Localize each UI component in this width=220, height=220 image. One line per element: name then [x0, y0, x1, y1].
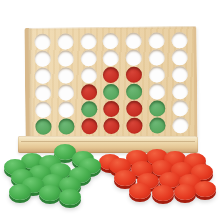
- green-disc[interactable]: [59, 189, 81, 205]
- scene: [0, 0, 220, 220]
- cell-r6c7[interactable]: [172, 118, 188, 134]
- cell-r5c1[interactable]: [36, 102, 52, 118]
- cell-r2c4[interactable]: [103, 50, 119, 66]
- cell-r4c5[interactable]: [126, 84, 142, 100]
- cell-r2c1[interactable]: [35, 50, 51, 66]
- cell-r3c3[interactable]: [81, 67, 97, 83]
- cell-r5c3[interactable]: [81, 101, 97, 117]
- cell-r2c2[interactable]: [58, 50, 74, 66]
- cell-r5c5[interactable]: [126, 101, 142, 117]
- red-disc[interactable]: [152, 185, 174, 201]
- cell-r4c6[interactable]: [149, 83, 165, 99]
- green-disc[interactable]: [9, 184, 31, 200]
- cell-r3c4[interactable]: [103, 67, 119, 83]
- cell-r3c5[interactable]: [126, 67, 142, 83]
- cell-r5c2[interactable]: [58, 102, 74, 118]
- stand-groove: [21, 141, 195, 142]
- board-grid: [31, 31, 191, 136]
- cell-r1c6[interactable]: [148, 32, 164, 48]
- red-disc[interactable]: [174, 184, 196, 200]
- cell-r1c4[interactable]: [103, 32, 119, 48]
- cell-r4c2[interactable]: [58, 84, 74, 100]
- cell-r4c1[interactable]: [35, 85, 51, 101]
- cell-r4c3[interactable]: [81, 84, 97, 100]
- cell-r2c7[interactable]: [171, 49, 187, 65]
- cell-r3c7[interactable]: [171, 66, 187, 82]
- green-disc[interactable]: [39, 185, 61, 201]
- cell-r5c4[interactable]: [104, 101, 120, 117]
- game-board: [24, 26, 197, 140]
- cell-r1c3[interactable]: [80, 33, 96, 49]
- red-disc[interactable]: [129, 183, 151, 199]
- cell-r6c3[interactable]: [81, 119, 97, 135]
- cell-r4c7[interactable]: [172, 83, 188, 99]
- cell-r4c4[interactable]: [103, 84, 119, 100]
- cell-r3c2[interactable]: [58, 67, 74, 83]
- cell-r5c6[interactable]: [149, 101, 165, 117]
- red-disc[interactable]: [194, 181, 216, 197]
- cell-r3c1[interactable]: [35, 68, 51, 84]
- cell-r1c2[interactable]: [58, 33, 74, 49]
- cell-r6c2[interactable]: [58, 119, 74, 135]
- cell-r3c6[interactable]: [149, 66, 165, 82]
- cell-r1c5[interactable]: [126, 32, 142, 48]
- cell-r2c5[interactable]: [126, 49, 142, 65]
- cell-r6c5[interactable]: [127, 118, 143, 134]
- cell-r6c6[interactable]: [149, 118, 165, 134]
- cell-r1c1[interactable]: [35, 33, 51, 49]
- cell-r5c7[interactable]: [172, 100, 188, 116]
- cell-r2c3[interactable]: [80, 50, 96, 66]
- cell-r1c7[interactable]: [171, 32, 187, 48]
- cell-r6c4[interactable]: [104, 118, 120, 134]
- cell-r6c1[interactable]: [36, 119, 52, 135]
- cell-r2c6[interactable]: [149, 49, 165, 65]
